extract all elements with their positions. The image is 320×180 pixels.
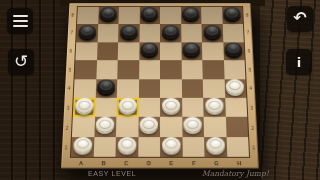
square-h1[interactable]	[226, 137, 249, 157]
square-d7[interactable]	[139, 24, 160, 42]
file-label-b: B	[92, 159, 115, 167]
black-piece-a7[interactable]	[78, 24, 96, 38]
black-piece-f8[interactable]	[182, 7, 199, 20]
rank-label-1: 1	[250, 137, 257, 157]
black-piece-e7[interactable]	[162, 24, 180, 38]
white-piece-a3[interactable]	[75, 98, 94, 113]
square-a4[interactable]	[74, 79, 96, 98]
file-label-c: C	[115, 159, 138, 167]
square-b4[interactable]	[95, 79, 117, 98]
square-e1[interactable]	[160, 137, 182, 157]
white-piece-c3[interactable]	[118, 98, 136, 113]
square-c4[interactable]	[117, 79, 139, 98]
white-piece-e1[interactable]	[162, 137, 181, 153]
game-message: Mandatory Jump!	[202, 169, 269, 178]
square-b5[interactable]	[96, 60, 118, 79]
rank-label-2: 2	[249, 118, 256, 138]
square-e7[interactable]	[160, 24, 181, 42]
square-h4[interactable]	[224, 79, 246, 98]
square-f1[interactable]	[182, 137, 204, 157]
black-piece-b4[interactable]	[97, 79, 115, 94]
square-f8[interactable]	[181, 7, 202, 24]
square-a6[interactable]	[75, 42, 97, 60]
rank-label-5: 5	[67, 60, 74, 79]
square-b1[interactable]	[93, 137, 116, 157]
rank-label-5: 5	[247, 60, 254, 79]
rank-label-8: 8	[69, 6, 76, 24]
rank-label-7: 7	[245, 24, 252, 42]
square-b6[interactable]	[97, 42, 119, 60]
rank-label-6: 6	[246, 42, 253, 60]
square-c1[interactable]	[115, 137, 137, 157]
file-label-f: F	[183, 159, 206, 167]
undo-button[interactable]: ↶	[287, 6, 313, 32]
square-b7[interactable]	[97, 24, 118, 42]
file-label-h: H	[228, 159, 251, 167]
square-f2[interactable]	[182, 117, 204, 137]
square-c3[interactable]	[116, 98, 138, 117]
board-grid[interactable]	[70, 6, 250, 158]
restart-icon: ↺	[14, 53, 28, 70]
white-piece-d2[interactable]	[140, 117, 158, 132]
square-g3[interactable]	[203, 98, 225, 117]
square-e3[interactable]	[160, 98, 182, 117]
square-d3[interactable]	[138, 98, 160, 117]
rank-label-7: 7	[68, 24, 75, 42]
square-f3[interactable]	[182, 98, 204, 117]
square-a1[interactable]	[71, 137, 94, 157]
square-a2[interactable]	[72, 117, 95, 137]
square-d6[interactable]	[139, 42, 160, 60]
rank-label-1: 1	[63, 137, 70, 157]
file-label-e: E	[160, 159, 183, 167]
square-c5[interactable]	[117, 60, 139, 79]
square-g2[interactable]	[204, 117, 226, 137]
file-labels: ABCDEFGH	[69, 159, 250, 167]
white-piece-f2[interactable]	[184, 117, 203, 132]
square-h7[interactable]	[222, 24, 244, 42]
square-f6[interactable]	[181, 42, 202, 60]
menu-icon	[13, 20, 28, 22]
black-piece-h6[interactable]	[225, 42, 243, 56]
square-d1[interactable]	[138, 137, 160, 157]
square-c6[interactable]	[118, 42, 139, 60]
menu-icon	[13, 25, 28, 27]
square-c8[interactable]	[119, 7, 140, 24]
difficulty-level-label: EASY LEVEL	[88, 170, 136, 177]
square-e6[interactable]	[160, 42, 181, 60]
square-a8[interactable]	[77, 7, 98, 24]
square-a7[interactable]	[76, 24, 98, 42]
info-button[interactable]: i	[286, 49, 312, 75]
square-d4[interactable]	[138, 79, 160, 98]
square-b3[interactable]	[95, 98, 117, 117]
black-piece-f6[interactable]	[183, 42, 201, 56]
white-piece-a1[interactable]	[73, 137, 92, 153]
square-f5[interactable]	[181, 60, 203, 79]
white-piece-g1[interactable]	[206, 137, 225, 153]
black-piece-g7[interactable]	[203, 24, 221, 38]
square-h8[interactable]	[222, 7, 243, 24]
square-g5[interactable]	[202, 60, 224, 79]
square-g7[interactable]	[201, 24, 222, 42]
rank-label-4: 4	[66, 79, 73, 98]
square-c7[interactable]	[118, 24, 139, 42]
rank-label-3: 3	[248, 98, 255, 118]
square-e4[interactable]	[160, 79, 182, 98]
square-b2[interactable]	[94, 117, 116, 137]
square-c2[interactable]	[116, 117, 138, 137]
file-label-g: G	[205, 159, 228, 167]
file-label-d: D	[137, 159, 160, 167]
square-e8[interactable]	[160, 7, 181, 24]
rank-label-4: 4	[247, 79, 254, 98]
square-d5[interactable]	[139, 60, 160, 79]
square-e5[interactable]	[160, 60, 181, 79]
square-e2[interactable]	[160, 117, 182, 137]
info-icon: i	[297, 56, 301, 69]
black-piece-d8[interactable]	[141, 7, 158, 20]
rank-label-2: 2	[64, 118, 71, 138]
square-h6[interactable]	[223, 42, 245, 60]
rank-label-8: 8	[244, 6, 251, 24]
square-g6[interactable]	[202, 42, 224, 60]
square-g4[interactable]	[203, 79, 225, 98]
board-frame: 87654321 87654321 ABCDEFGH	[60, 2, 260, 169]
square-f4[interactable]	[181, 79, 203, 98]
square-h2[interactable]	[225, 117, 248, 137]
square-f7[interactable]	[181, 24, 202, 42]
square-h3[interactable]	[225, 98, 247, 117]
white-piece-c1[interactable]	[117, 137, 136, 153]
square-g8[interactable]	[201, 7, 222, 24]
restart-button[interactable]: ↺	[8, 49, 34, 75]
square-d2[interactable]	[138, 117, 160, 137]
square-a3[interactable]	[73, 98, 95, 117]
undo-icon: ↶	[293, 10, 306, 26]
black-piece-h8[interactable]	[223, 7, 241, 20]
rank-label-6: 6	[68, 42, 75, 60]
file-label-a: A	[69, 159, 92, 167]
menu-icon	[13, 15, 28, 17]
checkers-board: 87654321 87654321 ABCDEFGH	[60, 2, 260, 169]
black-piece-d6[interactable]	[141, 42, 159, 56]
white-piece-e3[interactable]	[162, 98, 180, 113]
square-d8[interactable]	[139, 7, 160, 24]
menu-button[interactable]	[7, 8, 33, 34]
square-b8[interactable]	[98, 7, 119, 24]
white-piece-h4[interactable]	[226, 79, 245, 94]
white-piece-b2[interactable]	[96, 117, 115, 132]
square-a5[interactable]	[75, 60, 97, 79]
black-piece-c7[interactable]	[120, 24, 138, 38]
square-h5[interactable]	[223, 60, 245, 79]
square-g1[interactable]	[204, 137, 227, 157]
white-piece-g3[interactable]	[205, 98, 224, 113]
rank-label-3: 3	[65, 98, 72, 118]
black-piece-b8[interactable]	[100, 7, 118, 20]
